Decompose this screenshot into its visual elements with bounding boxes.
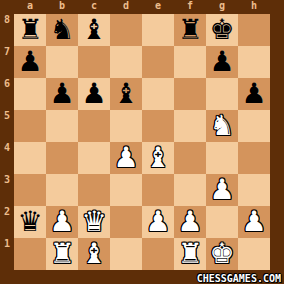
- square-b1[interactable]: ♜: [46, 238, 78, 270]
- square-e1[interactable]: [142, 238, 174, 270]
- rank-labels: 87654321: [0, 14, 14, 270]
- square-g8[interactable]: ♚: [206, 14, 238, 46]
- piece-black-knight-b8[interactable]: ♞: [46, 14, 78, 46]
- square-h7[interactable]: [238, 46, 270, 78]
- square-b3[interactable]: [46, 174, 78, 206]
- piece-black-pawn-c6[interactable]: ♟: [78, 78, 110, 110]
- square-c6[interactable]: ♟: [78, 78, 110, 110]
- piece-black-bishop-d6[interactable]: ♝: [110, 78, 142, 110]
- square-f3[interactable]: [174, 174, 206, 206]
- square-d1[interactable]: [110, 238, 142, 270]
- square-a1[interactable]: [14, 238, 46, 270]
- square-f4[interactable]: [174, 142, 206, 174]
- square-e8[interactable]: [142, 14, 174, 46]
- piece-white-rook-f1[interactable]: ♜: [174, 238, 206, 270]
- piece-white-pawn-d4[interactable]: ♟: [110, 142, 142, 174]
- square-b6[interactable]: ♟: [46, 78, 78, 110]
- square-a8[interactable]: ♜: [14, 14, 46, 46]
- file-label-f: f: [174, 0, 206, 14]
- square-h6[interactable]: ♟: [238, 78, 270, 110]
- piece-black-pawn-g7[interactable]: ♟: [206, 46, 238, 78]
- square-f5[interactable]: [174, 110, 206, 142]
- square-e6[interactable]: [142, 78, 174, 110]
- square-f2[interactable]: ♟: [174, 206, 206, 238]
- piece-black-pawn-b6[interactable]: ♟: [46, 78, 78, 110]
- square-g4[interactable]: [206, 142, 238, 174]
- square-b5[interactable]: [46, 110, 78, 142]
- chess-board: ♜♞♝♜♚♟♟♟♟♝♟♞♟♝♟♛♟♛♟♟♟♜♝♜♚: [14, 14, 270, 270]
- piece-black-pawn-h6[interactable]: ♟: [238, 78, 270, 110]
- file-label-h: h: [238, 0, 270, 14]
- square-d8[interactable]: [110, 14, 142, 46]
- square-c2[interactable]: ♛: [78, 206, 110, 238]
- square-g1[interactable]: ♚: [206, 238, 238, 270]
- rank-label-5: 5: [0, 110, 14, 142]
- square-d3[interactable]: [110, 174, 142, 206]
- rank-label-4: 4: [0, 142, 14, 174]
- piece-white-knight-g5[interactable]: ♞: [206, 110, 238, 142]
- piece-white-pawn-f2[interactable]: ♟: [174, 206, 206, 238]
- square-d4[interactable]: ♟: [110, 142, 142, 174]
- piece-white-bishop-e4[interactable]: ♝: [142, 142, 174, 174]
- rank-label-1: 1: [0, 238, 14, 270]
- square-e4[interactable]: ♝: [142, 142, 174, 174]
- file-label-c: c: [78, 0, 110, 14]
- piece-white-pawn-h2[interactable]: ♟: [238, 206, 270, 238]
- square-g7[interactable]: ♟: [206, 46, 238, 78]
- square-c7[interactable]: [78, 46, 110, 78]
- site-watermark: CHESSGAMES.COM: [197, 273, 281, 284]
- square-g2[interactable]: [206, 206, 238, 238]
- file-label-g: g: [206, 0, 238, 14]
- piece-black-queen-a2[interactable]: ♛: [14, 206, 46, 238]
- piece-white-pawn-g3[interactable]: ♟: [206, 174, 238, 206]
- file-labels: abcdefgh: [14, 0, 270, 14]
- square-a4[interactable]: [14, 142, 46, 174]
- file-label-b: b: [46, 0, 78, 14]
- square-g5[interactable]: ♞: [206, 110, 238, 142]
- piece-black-rook-f8[interactable]: ♜: [174, 14, 206, 46]
- square-h3[interactable]: [238, 174, 270, 206]
- rank-label-8: 8: [0, 14, 14, 46]
- square-h2[interactable]: ♟: [238, 206, 270, 238]
- square-e7[interactable]: [142, 46, 174, 78]
- rank-label-2: 2: [0, 206, 14, 238]
- square-d5[interactable]: [110, 110, 142, 142]
- square-c3[interactable]: [78, 174, 110, 206]
- square-c4[interactable]: [78, 142, 110, 174]
- square-h5[interactable]: [238, 110, 270, 142]
- file-label-a: a: [14, 0, 46, 14]
- square-a5[interactable]: [14, 110, 46, 142]
- square-a7[interactable]: ♟: [14, 46, 46, 78]
- square-b8[interactable]: ♞: [46, 14, 78, 46]
- square-f1[interactable]: ♜: [174, 238, 206, 270]
- square-e5[interactable]: [142, 110, 174, 142]
- square-c8[interactable]: ♝: [78, 14, 110, 46]
- square-g6[interactable]: [206, 78, 238, 110]
- square-h1[interactable]: [238, 238, 270, 270]
- square-f6[interactable]: [174, 78, 206, 110]
- rank-label-7: 7: [0, 46, 14, 78]
- square-b7[interactable]: [46, 46, 78, 78]
- piece-white-pawn-b2[interactable]: ♟: [46, 206, 78, 238]
- piece-white-rook-b1[interactable]: ♜: [46, 238, 78, 270]
- square-c5[interactable]: [78, 110, 110, 142]
- piece-white-bishop-c1[interactable]: ♝: [78, 238, 110, 270]
- square-a3[interactable]: [14, 174, 46, 206]
- square-e2[interactable]: ♟: [142, 206, 174, 238]
- piece-white-king-g1[interactable]: ♚: [206, 238, 238, 270]
- rank-label-6: 6: [0, 78, 14, 110]
- square-h4[interactable]: [238, 142, 270, 174]
- square-f8[interactable]: ♜: [174, 14, 206, 46]
- square-a6[interactable]: [14, 78, 46, 110]
- file-label-d: d: [110, 0, 142, 14]
- square-h8[interactable]: [238, 14, 270, 46]
- piece-black-bishop-c8[interactable]: ♝: [78, 14, 110, 46]
- square-a2[interactable]: ♛: [14, 206, 46, 238]
- piece-black-pawn-a7[interactable]: ♟: [14, 46, 46, 78]
- square-f7[interactable]: [174, 46, 206, 78]
- square-g3[interactable]: ♟: [206, 174, 238, 206]
- piece-white-pawn-e2[interactable]: ♟: [142, 206, 174, 238]
- square-d2[interactable]: [110, 206, 142, 238]
- square-c1[interactable]: ♝: [78, 238, 110, 270]
- piece-black-rook-a8[interactable]: ♜: [14, 14, 46, 46]
- square-d7[interactable]: [110, 46, 142, 78]
- file-label-e: e: [142, 0, 174, 14]
- square-e3[interactable]: [142, 174, 174, 206]
- chess-board-frame: abcdefgh 87654321 ♜♞♝♜♚♟♟♟♟♝♟♞♟♝♟♛♟♛♟♟♟♜…: [0, 0, 284, 284]
- square-b2[interactable]: ♟: [46, 206, 78, 238]
- square-d6[interactable]: ♝: [110, 78, 142, 110]
- rank-label-3: 3: [0, 174, 14, 206]
- square-b4[interactable]: [46, 142, 78, 174]
- piece-black-king-g8[interactable]: ♚: [206, 14, 238, 46]
- piece-white-queen-c2[interactable]: ♛: [78, 206, 110, 238]
